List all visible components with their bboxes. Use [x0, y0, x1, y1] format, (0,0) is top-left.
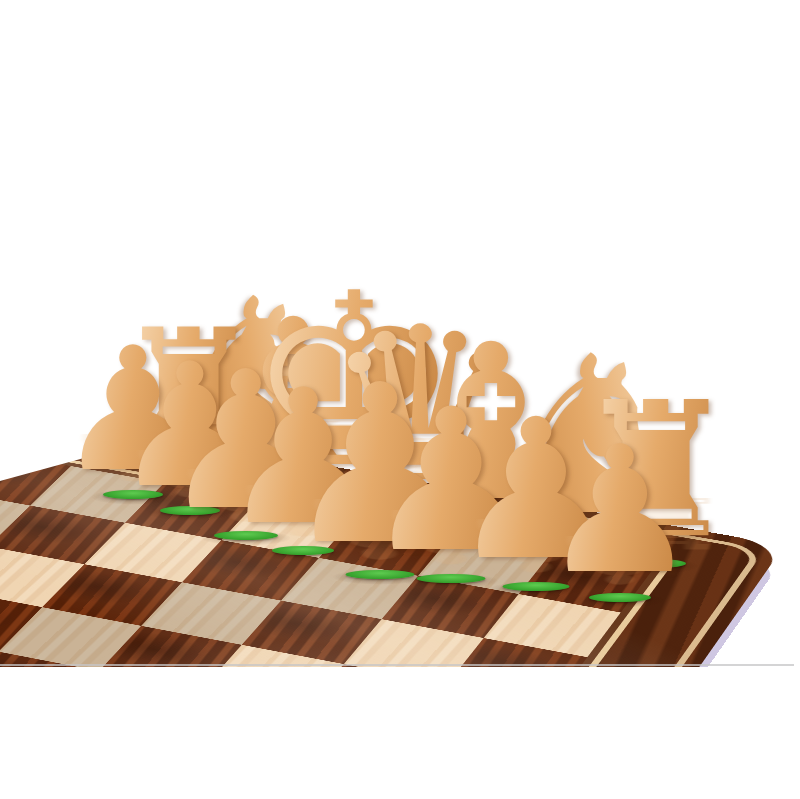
product-photo: ♜♜♞♞♝♝♚♚♛♛♝♝♞♞♜♜♟♟♟♟♟♟♟♟♟♟♟♟♟♟♟♟ — [0, 0, 800, 799]
piece-white-pawn-8: ♟♟ — [590, 483, 650, 600]
photo-crop-line — [0, 664, 794, 666]
photo-area: ♜♜♞♞♝♝♚♚♛♛♝♝♞♞♜♜♟♟♟♟♟♟♟♟♟♟♟♟♟♟♟♟ — [0, 0, 800, 667]
pawn-glyph: ♟ — [541, 423, 698, 599]
